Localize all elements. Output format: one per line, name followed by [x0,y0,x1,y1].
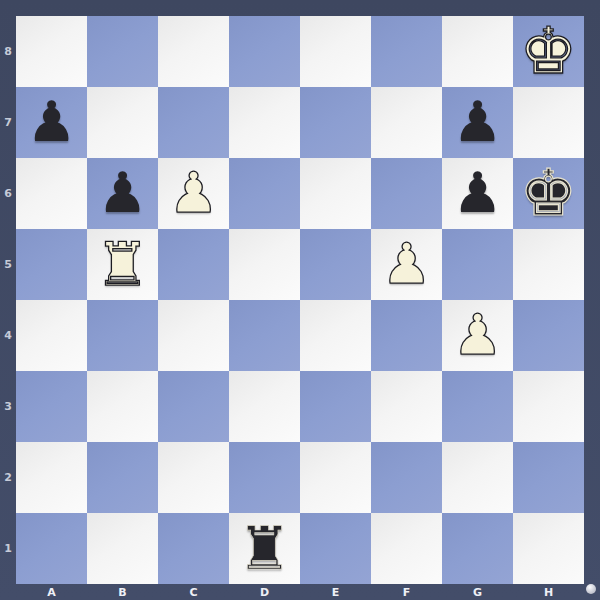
square-g5[interactable] [442,229,513,300]
square-h4[interactable] [513,300,584,371]
piece-black-pawn[interactable]: ♟ [26,94,76,150]
file-label-g: G [442,584,513,600]
square-e6[interactable] [300,158,371,229]
piece-white-rook[interactable]: ♜ [96,234,150,294]
square-g3[interactable] [442,371,513,442]
rank-label-7: 7 [0,87,16,158]
piece-black-pawn[interactable]: ♟ [97,165,147,221]
file-label-a: A [16,584,87,600]
square-e4[interactable] [300,300,371,371]
piece-white-pawn[interactable]: ♟ [168,165,218,221]
square-c8[interactable] [158,16,229,87]
square-f5[interactable]: ♟ [371,229,442,300]
square-g2[interactable] [442,442,513,513]
square-c1[interactable] [158,513,229,584]
piece-black-pawn[interactable]: ♟ [452,165,502,221]
square-a4[interactable] [16,300,87,371]
square-h5[interactable] [513,229,584,300]
square-e7[interactable] [300,87,371,158]
rank-label-5: 5 [0,229,16,300]
chess-board-frame: 87654321 ♚♟♟♟♟♟♚♜♟♟♜ ABCDEFGH [0,0,600,600]
square-g7[interactable]: ♟ [442,87,513,158]
square-g4[interactable]: ♟ [442,300,513,371]
square-d4[interactable] [229,300,300,371]
square-a6[interactable] [16,158,87,229]
square-f6[interactable] [371,158,442,229]
piece-black-pawn[interactable]: ♟ [452,94,502,150]
square-e8[interactable] [300,16,371,87]
square-g6[interactable]: ♟ [442,158,513,229]
square-h2[interactable] [513,442,584,513]
square-d5[interactable] [229,229,300,300]
square-d3[interactable] [229,371,300,442]
square-h3[interactable] [513,371,584,442]
square-f3[interactable] [371,371,442,442]
square-d7[interactable] [229,87,300,158]
rank-label-8: 8 [0,16,16,87]
square-c7[interactable] [158,87,229,158]
file-label-e: E [300,584,371,600]
rank-label-3: 3 [0,371,16,442]
square-b8[interactable] [87,16,158,87]
rank-label-2: 2 [0,442,16,513]
square-a1[interactable] [16,513,87,584]
square-d2[interactable] [229,442,300,513]
square-a7[interactable]: ♟ [16,87,87,158]
rank-labels: 87654321 [0,16,16,584]
file-label-c: C [158,584,229,600]
square-c3[interactable] [158,371,229,442]
square-b5[interactable]: ♜ [87,229,158,300]
resize-grip-dot [586,584,596,594]
square-e5[interactable] [300,229,371,300]
file-label-b: B [87,584,158,600]
square-h6[interactable]: ♚ [513,158,584,229]
square-b4[interactable] [87,300,158,371]
square-h8[interactable]: ♚ [513,16,584,87]
square-b1[interactable] [87,513,158,584]
square-b7[interactable] [87,87,158,158]
square-c2[interactable] [158,442,229,513]
file-label-h: H [513,584,584,600]
file-label-f: F [371,584,442,600]
square-c5[interactable] [158,229,229,300]
square-d1[interactable]: ♜ [229,513,300,584]
square-a8[interactable] [16,16,87,87]
square-g1[interactable] [442,513,513,584]
square-f2[interactable] [371,442,442,513]
square-g8[interactable] [442,16,513,87]
square-f7[interactable] [371,87,442,158]
square-f8[interactable] [371,16,442,87]
square-a2[interactable] [16,442,87,513]
square-e2[interactable] [300,442,371,513]
square-f4[interactable] [371,300,442,371]
piece-black-king[interactable]: ♚ [520,161,577,225]
square-e3[interactable] [300,371,371,442]
rank-label-6: 6 [0,158,16,229]
square-e1[interactable] [300,513,371,584]
rank-label-4: 4 [0,300,16,371]
piece-white-pawn[interactable]: ♟ [381,236,431,292]
square-h1[interactable] [513,513,584,584]
piece-white-king[interactable]: ♚ [520,19,577,83]
square-c6[interactable]: ♟ [158,158,229,229]
rank-label-1: 1 [0,513,16,584]
square-d8[interactable] [229,16,300,87]
square-b3[interactable] [87,371,158,442]
square-d6[interactable] [229,158,300,229]
chess-board: ♚♟♟♟♟♟♚♜♟♟♜ [16,16,584,584]
square-a3[interactable] [16,371,87,442]
piece-white-pawn[interactable]: ♟ [452,307,502,363]
file-label-d: D [229,584,300,600]
square-f1[interactable] [371,513,442,584]
file-labels: ABCDEFGH [16,584,584,600]
square-b2[interactable] [87,442,158,513]
piece-black-rook[interactable]: ♜ [238,518,292,578]
square-h7[interactable] [513,87,584,158]
square-b6[interactable]: ♟ [87,158,158,229]
square-c4[interactable] [158,300,229,371]
square-a5[interactable] [16,229,87,300]
